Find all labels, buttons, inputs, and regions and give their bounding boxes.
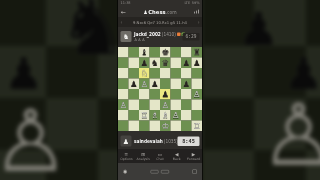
square-d5[interactable]: ♟ [150, 79, 161, 90]
square-b7[interactable] [129, 58, 140, 69]
moves-left-chevron-icon[interactable]: ‹ [121, 20, 123, 25]
piece-black-e4: ♟ [161, 90, 169, 99]
square-c2[interactable]: ♖ [139, 110, 150, 121]
move-list-bar[interactable]: ‹ 9.Nxc6 Qe7 10.Rc1 g5 11.h4 › [118, 17, 202, 27]
square-c4[interactable] [139, 89, 150, 100]
piece-black-g7: ♟ [182, 59, 190, 68]
square-d4[interactable] [150, 89, 161, 100]
square-c1[interactable] [139, 121, 150, 132]
square-h3[interactable] [192, 100, 203, 111]
chat-label: Chat [156, 157, 164, 160]
chess-board[interactable]: ♝♚♜♟♞♛♟♟♘♟♙♟♟♟♙♙♙♖♗♗♙♔♖ [118, 47, 202, 131]
toolbar-analysis-button[interactable]: ⊞Analysis [135, 152, 152, 160]
square-f1[interactable] [171, 121, 182, 132]
player-clock-active: 8:45 [178, 136, 200, 146]
screenshot-stage: ♞♟♟♟♙♙ 11:38 LTE 59% ← ♟Chess.com ‹ 9.Nx… [0, 0, 320, 180]
square-c7[interactable]: ♟ [139, 58, 150, 69]
square-e1[interactable]: ♔ [160, 121, 171, 132]
nav-pills [127, 170, 192, 174]
square-a3[interactable]: ♙ [118, 100, 129, 111]
piece-black-e7: ♛ [161, 59, 169, 68]
nav-pill-icon[interactable] [151, 170, 159, 174]
chesscom-logo: ♟Chess.com [130, 9, 190, 15]
square-e2[interactable]: ♗ [160, 110, 171, 121]
forward-label: Forward [187, 157, 200, 160]
piece-black-e8: ♚ [161, 48, 169, 57]
square-h2[interactable] [192, 110, 203, 121]
system-nav-bar: ◉ □ [118, 163, 202, 180]
square-f3[interactable] [171, 100, 182, 111]
square-f2[interactable]: ♙ [171, 110, 182, 121]
piece-black-d7: ♞ [151, 59, 159, 68]
square-b3[interactable] [129, 100, 140, 111]
square-h7[interactable]: ♟ [192, 58, 203, 69]
square-b8[interactable] [129, 47, 140, 58]
square-e7[interactable]: ♛ [160, 58, 171, 69]
square-h6[interactable] [192, 68, 203, 79]
square-h1[interactable]: ♖ [192, 121, 203, 132]
square-c6[interactable]: ♘ [139, 68, 150, 79]
square-a7[interactable] [118, 58, 129, 69]
square-c3[interactable] [139, 100, 150, 111]
square-d1[interactable] [150, 121, 161, 132]
square-g8[interactable] [181, 47, 192, 58]
piece-black-c7: ♟ [140, 59, 148, 68]
piece-white-h1: ♖ [193, 122, 201, 131]
square-a5[interactable] [118, 79, 129, 90]
square-f4[interactable] [171, 89, 182, 100]
toolbar-back-button[interactable]: ◀Back [168, 152, 185, 160]
opponent-player-bar: ♞ Jackd_2002 (1410) ♙♙♙ 6:29 [118, 28, 202, 45]
piece-white-e1: ♔ [161, 122, 169, 131]
moves-right-chevron-icon[interactable]: › [198, 20, 200, 25]
square-b1[interactable] [129, 121, 140, 132]
piece-black-h7: ♟ [193, 59, 201, 68]
options-label: Options [120, 157, 133, 160]
piece-black-h8: ♜ [193, 48, 201, 57]
status-time: 11:38 [121, 1, 131, 5]
square-a4[interactable] [118, 89, 129, 100]
toolbar-chat-button[interactable]: ▭Chat [152, 152, 169, 160]
square-f5[interactable] [171, 79, 182, 90]
connection-bars-icon[interactable] [190, 10, 199, 14]
square-h4[interactable]: ♙ [192, 89, 203, 100]
square-a1[interactable] [118, 121, 129, 132]
square-g6[interactable] [181, 68, 192, 79]
piece-white-f2: ♙ [172, 111, 180, 120]
piece-white-a3: ♙ [119, 101, 127, 110]
piece-black-g5: ♟ [182, 80, 190, 89]
piece-white-h4: ♙ [193, 90, 201, 99]
piece-white-c2: ♖ [140, 111, 148, 120]
move-list-text: 9.Nxc6 Qe7 10.Rc1 g5 11.h4 [133, 20, 187, 25]
square-d8[interactable] [150, 47, 161, 58]
square-g5[interactable]: ♟ [181, 79, 192, 90]
square-d2[interactable]: ♗ [150, 110, 161, 121]
piece-black-c8: ♝ [140, 48, 148, 57]
square-b5[interactable]: ♟ [129, 79, 140, 90]
square-f7[interactable] [171, 58, 182, 69]
opponent-avatar-piece-icon: ♞ [123, 33, 129, 41]
square-e8[interactable]: ♚ [160, 47, 171, 58]
player-avatar-piece-icon: ♟ [123, 137, 129, 145]
battery-label: 59% [192, 1, 200, 5]
toolbar-options-button[interactable]: ≡Options [118, 152, 135, 160]
square-d7[interactable]: ♞ [150, 58, 161, 69]
nav-square-icon[interactable]: □ [192, 169, 197, 174]
opponent-username[interactable]: Jackd_2002 [134, 32, 161, 37]
back-arrow-icon[interactable]: ← [121, 8, 130, 15]
nav-pill-icon[interactable] [161, 170, 169, 174]
network-label: LTE [184, 1, 190, 5]
square-g4[interactable] [181, 89, 192, 100]
square-a8[interactable] [118, 47, 129, 58]
square-h5[interactable] [192, 79, 203, 90]
piece-black-b5: ♟ [130, 80, 138, 89]
square-b2[interactable] [129, 110, 140, 121]
square-c8[interactable]: ♝ [139, 47, 150, 58]
opponent-rating: (1410) [162, 32, 176, 37]
player-rating: (1035) [164, 139, 178, 144]
square-h8[interactable]: ♜ [192, 47, 203, 58]
opponent-flag-badge [177, 32, 181, 36]
piece-white-c5: ♙ [140, 80, 148, 89]
piece-white-c6: ♘ [140, 69, 148, 78]
phone-screenshot: 11:38 LTE 59% ← ♟Chess.com ‹ 9.Nxc6 Qe7 … [118, 0, 202, 180]
square-e5[interactable] [160, 79, 171, 90]
square-f6[interactable] [171, 68, 182, 79]
toolbar-forward-button[interactable]: ▶Forward [185, 152, 202, 160]
piece-white-e2: ♗ [161, 111, 169, 120]
square-b6[interactable] [129, 68, 140, 79]
square-e6[interactable] [160, 68, 171, 79]
square-d6[interactable] [150, 68, 161, 79]
player-username[interactable]: saindevaiah [134, 139, 163, 144]
square-f8[interactable] [171, 47, 182, 58]
logo-suffix: .com [166, 10, 177, 15]
analysis-label: Analysis [137, 157, 150, 160]
app-header: ← ♟Chess.com [118, 6, 202, 17]
logo-text: Chess [148, 9, 165, 15]
square-g7[interactable]: ♟ [181, 58, 192, 69]
opponent-clock: 6:29 [183, 33, 200, 41]
game-toolbar: ≡Options⊞Analysis▭Chat◀Back▶Forward [118, 149, 202, 163]
square-e3[interactable]: ♙ [160, 100, 171, 111]
square-g2[interactable] [181, 110, 192, 121]
square-d3[interactable] [150, 100, 161, 111]
square-b4[interactable] [129, 89, 140, 100]
square-c5[interactable]: ♙ [139, 79, 150, 90]
square-a2[interactable] [118, 110, 129, 121]
player-bar: ♟ saindevaiah (1035) 8:45 [118, 133, 202, 149]
opponent-captured-pieces: ♙♙♙ [134, 37, 180, 42]
piece-white-e3: ♙ [161, 101, 169, 110]
square-g1[interactable] [181, 121, 192, 132]
square-a6[interactable] [118, 68, 129, 79]
square-g3[interactable] [181, 100, 192, 111]
piece-white-d2: ♗ [151, 111, 159, 120]
square-e4[interactable]: ♟ [160, 89, 171, 100]
piece-black-d5: ♟ [151, 80, 159, 89]
opponent-avatar[interactable]: ♞ [121, 31, 132, 42]
logo-pawn-icon: ♟ [143, 9, 147, 15]
back-label: Back [173, 157, 181, 160]
player-avatar[interactable]: ♟ [121, 136, 132, 147]
